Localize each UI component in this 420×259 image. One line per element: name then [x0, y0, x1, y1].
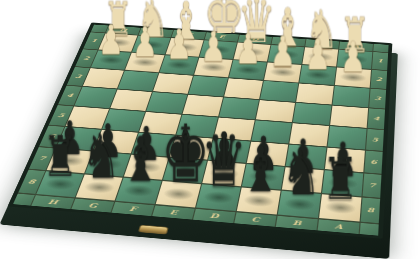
piece-black-rook[interactable]: ♜ [43, 128, 78, 184]
square-d3[interactable] [224, 78, 263, 99]
square-a3[interactable] [333, 86, 370, 107]
frame-corner [360, 223, 379, 236]
rank-label-right-2: 2 [371, 70, 388, 89]
square-g3[interactable] [118, 71, 158, 91]
square-e2[interactable]: ♟ [194, 58, 232, 78]
frame-corner [13, 194, 35, 206]
square-g4[interactable] [110, 90, 151, 111]
square-c8[interactable]: ♝ [237, 188, 281, 215]
piece-white-pawn[interactable]: ♟ [338, 35, 369, 77]
piece-black-knight[interactable]: ♞ [82, 125, 117, 187]
square-b2[interactable]: ♟ [299, 65, 336, 85]
file-label-bottom-g: G [71, 199, 114, 213]
square-e3[interactable] [189, 76, 228, 97]
rank-label-right-6: 6 [364, 151, 382, 174]
square-b4[interactable] [293, 103, 332, 125]
rank-label-right-3: 3 [369, 89, 386, 109]
square-f2[interactable]: ♟ [160, 55, 199, 75]
product-photo-scene: HGFEDCBA1♜♞♝♚♛♝♞♜12♟♟♟♟♟♟♟♟2334455667♟♟♟… [0, 0, 420, 259]
square-g2[interactable]: ♟ [125, 53, 164, 72]
piece-white-pawn[interactable]: ♟ [96, 19, 126, 60]
piece-white-pawn[interactable]: ♟ [130, 21, 160, 62]
square-c4[interactable] [256, 100, 295, 122]
file-label-bottom-e: E [152, 205, 195, 219]
file-label-bottom-a: A [318, 219, 360, 234]
piece-white-pawn[interactable]: ♟ [268, 31, 299, 73]
piece-white-pawn[interactable]: ♟ [164, 23, 194, 64]
piece-black-knight[interactable]: ♞ [282, 141, 318, 204]
file-label-bottom-c: C [234, 212, 276, 226]
piece-white-pawn[interactable]: ♟ [233, 28, 264, 70]
square-e8[interactable]: ♚ [156, 181, 201, 207]
rank-label-right-5: 5 [366, 129, 384, 151]
piece-white-pawn[interactable]: ♟ [302, 33, 333, 75]
file-label-bottom-d: D [193, 209, 235, 223]
square-h2[interactable]: ♟ [91, 50, 131, 69]
square-d8[interactable]: ♛ [196, 184, 240, 211]
piece-black-queen[interactable]: ♛ [201, 123, 237, 197]
rank-label-right-1: 1 [372, 52, 388, 70]
rank-label-right-7: 7 [363, 174, 382, 198]
file-label-bottom-h: H [31, 195, 74, 209]
square-b3[interactable] [296, 83, 334, 104]
square-h8[interactable]: ♜ [36, 171, 83, 197]
frame-corner [373, 44, 388, 52]
piece-black-rook[interactable]: ♜ [323, 150, 359, 208]
rank-label-right-4: 4 [368, 108, 385, 129]
chess-board: HGFEDCBA1♜♞♝♚♛♝♞♜12♟♟♟♟♟♟♟♟2334455667♟♟♟… [8, 23, 393, 239]
square-f3[interactable] [153, 73, 193, 93]
square-g8[interactable]: ♞ [76, 174, 123, 200]
square-d4[interactable] [219, 97, 259, 119]
square-c3[interactable] [260, 81, 298, 102]
rank-label-right-8: 8 [361, 198, 380, 224]
piece-black-bishop[interactable]: ♝ [121, 128, 156, 190]
square-a4[interactable] [330, 106, 368, 128]
square-f8[interactable]: ♝ [116, 178, 162, 204]
square-a2[interactable]: ♟ [335, 67, 371, 87]
board-grid: HGFEDCBA1♜♞♝♚♛♝♞♜12♟♟♟♟♟♟♟♟2334455667♟♟♟… [8, 23, 393, 239]
file-label-bottom-b: B [276, 216, 318, 230]
piece-black-king[interactable]: ♚ [161, 115, 196, 194]
piece-white-pawn[interactable]: ♟ [198, 26, 228, 68]
file-label-bottom-f: F [112, 202, 155, 216]
square-b8[interactable]: ♞ [278, 191, 321, 218]
square-d2[interactable]: ♟ [229, 60, 267, 80]
square-h3[interactable] [83, 68, 124, 88]
piece-black-bishop[interactable]: ♝ [241, 138, 277, 201]
square-c2[interactable]: ♟ [264, 63, 301, 83]
square-a8[interactable]: ♜ [319, 194, 361, 221]
